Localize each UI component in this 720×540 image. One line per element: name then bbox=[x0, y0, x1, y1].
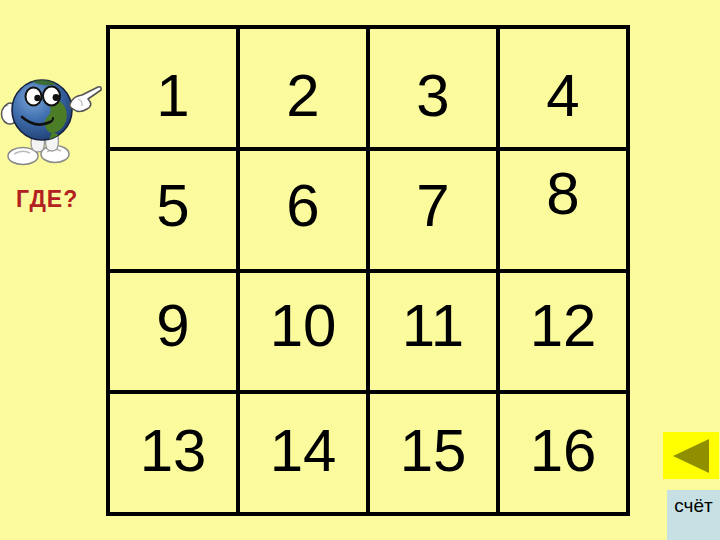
cell-16[interactable]: 16 bbox=[500, 394, 626, 512]
cell-1[interactable]: 1 bbox=[110, 29, 236, 147]
cell-9[interactable]: 9 bbox=[110, 273, 236, 391]
back-button[interactable] bbox=[663, 432, 719, 479]
cell-11[interactable]: 11 bbox=[370, 273, 496, 391]
cell-12[interactable]: 12 bbox=[500, 273, 626, 391]
board-grid: 12345678910111213141516 bbox=[106, 25, 630, 516]
cell-6[interactable]: 6 bbox=[240, 151, 366, 269]
cell-number: 15 bbox=[400, 421, 467, 481]
cell-14[interactable]: 14 bbox=[240, 394, 366, 512]
cell-number: 9 bbox=[156, 296, 189, 356]
cell-10[interactable]: 10 bbox=[240, 273, 366, 391]
cell-number: 6 bbox=[286, 176, 319, 236]
cell-number: 7 bbox=[416, 176, 449, 236]
cell-number: 5 bbox=[156, 176, 189, 236]
cell-number: 16 bbox=[530, 421, 597, 481]
cell-2[interactable]: 2 bbox=[240, 29, 366, 147]
back-arrow-icon bbox=[673, 439, 709, 473]
cell-3[interactable]: 3 bbox=[370, 29, 496, 147]
cell-number: 3 bbox=[416, 66, 449, 126]
cell-number: 12 bbox=[530, 296, 597, 356]
slide: ГДЕ? 12345678910111213141516 счёт bbox=[0, 0, 720, 540]
cell-number: 2 bbox=[286, 66, 319, 126]
cell-number: 4 bbox=[546, 66, 579, 126]
cell-15[interactable]: 15 bbox=[370, 394, 496, 512]
cell-number: 8 bbox=[546, 164, 579, 224]
cell-7[interactable]: 7 bbox=[370, 151, 496, 269]
cell-13[interactable]: 13 bbox=[110, 394, 236, 512]
cell-number: 14 bbox=[270, 421, 337, 481]
cell-5[interactable]: 5 bbox=[110, 151, 236, 269]
cell-4[interactable]: 4 bbox=[500, 29, 626, 147]
cell-8[interactable]: 8 bbox=[500, 151, 626, 269]
cell-number: 10 bbox=[270, 296, 337, 356]
globe-mascot-icon bbox=[0, 74, 106, 166]
prompt-label: ГДЕ? bbox=[16, 186, 96, 213]
cell-number: 11 bbox=[402, 296, 464, 356]
cell-number: 1 bbox=[156, 66, 189, 126]
score-button[interactable]: счёт bbox=[667, 490, 720, 540]
score-label: счёт bbox=[674, 495, 712, 517]
cell-number: 13 bbox=[140, 421, 207, 481]
